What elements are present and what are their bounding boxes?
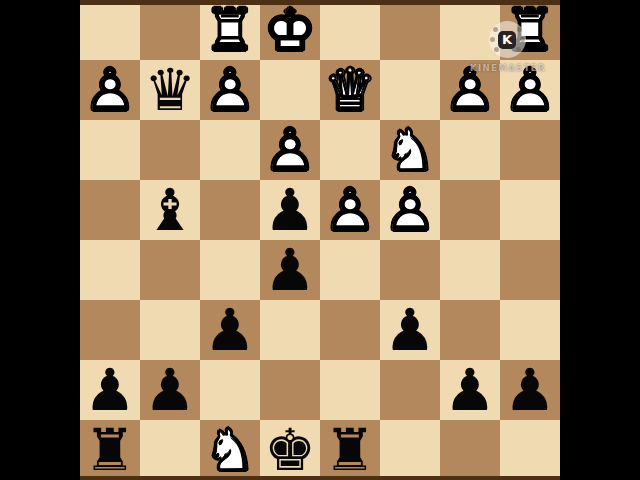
black-rook[interactable]: ♜ xyxy=(80,420,140,480)
square-g1[interactable] xyxy=(140,0,200,60)
white-pawn[interactable]: ♟♙ xyxy=(440,60,500,120)
square-a6[interactable] xyxy=(500,300,560,360)
square-c8[interactable] xyxy=(380,420,440,480)
square-h1[interactable] xyxy=(80,0,140,60)
white-pawn-outline: ♙ xyxy=(320,180,380,240)
white-pawn-outline: ♙ xyxy=(200,60,260,120)
square-h3[interactable] xyxy=(80,120,140,180)
square-d5[interactable] xyxy=(320,240,380,300)
black-king-glyph: ♚ xyxy=(260,420,320,480)
square-c6[interactable]: ♟ xyxy=(380,300,440,360)
square-d4[interactable]: ♟♙ xyxy=(320,180,380,240)
black-pawn-glyph: ♟ xyxy=(380,300,440,360)
square-h5[interactable] xyxy=(80,240,140,300)
black-pawn-glyph: ♟ xyxy=(260,240,320,300)
black-pawn-glyph: ♟ xyxy=(500,360,560,420)
square-f8[interactable]: ♞♘ xyxy=(200,420,260,480)
black-bishop[interactable]: ♝ xyxy=(140,180,200,240)
square-b6[interactable] xyxy=(440,300,500,360)
letterbox-right xyxy=(560,0,640,480)
black-pawn[interactable]: ♟ xyxy=(380,300,440,360)
black-pawn-glyph: ♟ xyxy=(140,360,200,420)
white-queen[interactable]: ♛♕ xyxy=(320,60,380,120)
square-h6[interactable] xyxy=(80,300,140,360)
square-e5[interactable]: ♟ xyxy=(260,240,320,300)
white-pawn[interactable]: ♟♙ xyxy=(380,180,440,240)
black-pawn[interactable]: ♟ xyxy=(140,360,200,420)
square-d8[interactable]: ♜ xyxy=(320,420,380,480)
square-g3[interactable] xyxy=(140,120,200,180)
white-rook[interactable]: ♜♖ xyxy=(200,0,260,60)
square-c5[interactable] xyxy=(380,240,440,300)
square-h7[interactable]: ♟ xyxy=(80,360,140,420)
square-g5[interactable] xyxy=(140,240,200,300)
white-pawn-outline: ♙ xyxy=(80,60,140,120)
square-e1[interactable]: ♚♔ xyxy=(260,0,320,60)
square-g7[interactable]: ♟ xyxy=(140,360,200,420)
black-pawn[interactable]: ♟ xyxy=(440,360,500,420)
black-pawn[interactable]: ♟ xyxy=(260,240,320,300)
square-d1[interactable] xyxy=(320,0,380,60)
square-a2[interactable]: ♟♙ xyxy=(500,60,560,120)
square-d3[interactable] xyxy=(320,120,380,180)
white-king[interactable]: ♚♔ xyxy=(260,0,320,60)
square-g2[interactable]: ♛ xyxy=(140,60,200,120)
black-pawn[interactable]: ♟ xyxy=(200,300,260,360)
black-rook[interactable]: ♜ xyxy=(320,420,380,480)
square-e7[interactable] xyxy=(260,360,320,420)
black-pawn-glyph: ♟ xyxy=(440,360,500,420)
chess-board: ♜♖♚♔♜♖♟♙♛♟♙♛♕♟♙♟♙♟♙♞♘♝♟♟♙♟♙♟♟♟♟♟♟♟♜♞♘♚♜ xyxy=(80,0,560,480)
square-g8[interactable] xyxy=(140,420,200,480)
square-h2[interactable]: ♟♙ xyxy=(80,60,140,120)
white-rook-outline: ♖ xyxy=(200,0,260,60)
square-d7[interactable] xyxy=(320,360,380,420)
white-knight[interactable]: ♞♘ xyxy=(200,420,260,480)
square-f7[interactable] xyxy=(200,360,260,420)
board-edge-top xyxy=(80,0,560,5)
square-b1[interactable] xyxy=(440,0,500,60)
black-pawn-glyph: ♟ xyxy=(80,360,140,420)
square-b4[interactable] xyxy=(440,180,500,240)
square-b8[interactable] xyxy=(440,420,500,480)
square-d6[interactable] xyxy=(320,300,380,360)
white-pawn[interactable]: ♟♙ xyxy=(200,60,260,120)
square-f2[interactable]: ♟♙ xyxy=(200,60,260,120)
square-a3[interactable] xyxy=(500,120,560,180)
square-e8[interactable]: ♚ xyxy=(260,420,320,480)
black-rook-glyph: ♜ xyxy=(80,420,140,480)
board-edge-bottom xyxy=(80,476,560,480)
square-a4[interactable] xyxy=(500,180,560,240)
white-pawn[interactable]: ♟♙ xyxy=(500,60,560,120)
black-king[interactable]: ♚ xyxy=(260,420,320,480)
white-rook-outline: ♖ xyxy=(500,0,560,60)
white-pawn-outline: ♙ xyxy=(500,60,560,120)
square-a5[interactable] xyxy=(500,240,560,300)
square-c1[interactable] xyxy=(380,0,440,60)
video-frame: ♜♖♚♔♜♖♟♙♛♟♙♛♕♟♙♟♙♟♙♞♘♝♟♟♙♟♙♟♟♟♟♟♟♟♜♞♘♚♜ … xyxy=(0,0,640,480)
white-pawn[interactable]: ♟♙ xyxy=(320,180,380,240)
square-f4[interactable] xyxy=(200,180,260,240)
square-e4[interactable]: ♟ xyxy=(260,180,320,240)
square-c4[interactable]: ♟♙ xyxy=(380,180,440,240)
white-knight[interactable]: ♞♘ xyxy=(380,120,440,180)
black-queen[interactable]: ♛ xyxy=(140,60,200,120)
square-b3[interactable] xyxy=(440,120,500,180)
square-b5[interactable] xyxy=(440,240,500,300)
white-pawn[interactable]: ♟♙ xyxy=(80,60,140,120)
black-pawn[interactable]: ♟ xyxy=(260,180,320,240)
black-pawn[interactable]: ♟ xyxy=(500,360,560,420)
square-c7[interactable] xyxy=(380,360,440,420)
square-b7[interactable]: ♟ xyxy=(440,360,500,420)
white-queen-outline: ♕ xyxy=(320,60,380,120)
square-e2[interactable] xyxy=(260,60,320,120)
black-rook-glyph: ♜ xyxy=(320,420,380,480)
square-e6[interactable] xyxy=(260,300,320,360)
white-pawn-outline: ♙ xyxy=(440,60,500,120)
white-pawn[interactable]: ♟♙ xyxy=(260,120,320,180)
square-a7[interactable]: ♟ xyxy=(500,360,560,420)
square-a8[interactable] xyxy=(500,420,560,480)
black-pawn-glyph: ♟ xyxy=(200,300,260,360)
square-h8[interactable]: ♜ xyxy=(80,420,140,480)
square-f1[interactable]: ♜♖ xyxy=(200,0,260,60)
letterbox-left xyxy=(0,0,80,480)
square-e3[interactable]: ♟♙ xyxy=(260,120,320,180)
square-f3[interactable] xyxy=(200,120,260,180)
black-pawn-glyph: ♟ xyxy=(260,180,320,240)
square-f5[interactable] xyxy=(200,240,260,300)
white-knight-outline: ♘ xyxy=(200,420,260,480)
square-d2[interactable]: ♛♕ xyxy=(320,60,380,120)
square-g6[interactable] xyxy=(140,300,200,360)
black-queen-glyph: ♛ xyxy=(140,60,200,120)
square-a1[interactable]: ♜♖ xyxy=(500,0,560,60)
white-rook[interactable]: ♜♖ xyxy=(500,0,560,60)
white-king-outline: ♔ xyxy=(260,0,320,60)
white-pawn-outline: ♙ xyxy=(260,120,320,180)
black-bishop-glyph: ♝ xyxy=(140,180,200,240)
square-b2[interactable]: ♟♙ xyxy=(440,60,500,120)
white-knight-outline: ♘ xyxy=(380,120,440,180)
square-f6[interactable]: ♟ xyxy=(200,300,260,360)
square-c3[interactable]: ♞♘ xyxy=(380,120,440,180)
square-g4[interactable]: ♝ xyxy=(140,180,200,240)
square-h4[interactable] xyxy=(80,180,140,240)
black-pawn[interactable]: ♟ xyxy=(80,360,140,420)
square-c2[interactable] xyxy=(380,60,440,120)
white-pawn-outline: ♙ xyxy=(380,180,440,240)
